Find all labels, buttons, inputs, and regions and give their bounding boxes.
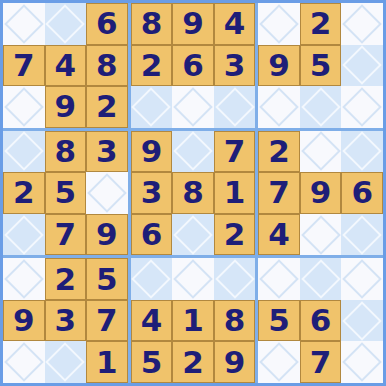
cell-r6c8[interactable]	[300, 214, 342, 256]
cell-r3c1[interactable]	[3, 86, 45, 128]
sudoku-box-3: 295	[258, 3, 383, 128]
diamond-icon	[342, 132, 382, 172]
cell-r6c9[interactable]	[341, 214, 383, 256]
cell-value: 6	[141, 219, 163, 250]
cell-r5c8: 9	[300, 172, 342, 214]
cell-value: 4	[224, 8, 246, 39]
cell-r1c1[interactable]	[3, 3, 45, 45]
cell-r9c9[interactable]	[341, 341, 383, 383]
cell-r5c6: 1	[214, 172, 256, 214]
cell-r7c7[interactable]	[258, 258, 300, 300]
diamond-icon	[342, 46, 382, 86]
cell-value: 3	[141, 177, 163, 208]
cell-r7c1[interactable]	[3, 258, 45, 300]
cell-value: 2	[268, 136, 290, 167]
diamond-icon	[342, 215, 382, 255]
cell-r2c8: 5	[300, 45, 342, 87]
diamond-icon	[46, 342, 86, 382]
cell-r7c4[interactable]	[131, 258, 173, 300]
cell-value: 6	[96, 8, 118, 39]
diamond-icon	[215, 87, 255, 127]
cell-r2c6: 3	[214, 45, 256, 87]
cell-r3c2: 9	[45, 86, 87, 128]
diamond-icon	[342, 301, 382, 341]
diamond-icon	[132, 87, 172, 127]
cell-value: 2	[141, 50, 163, 81]
cell-r1c7[interactable]	[258, 3, 300, 45]
cell-r1c5: 9	[172, 3, 214, 45]
cell-r4c4: 9	[131, 131, 173, 173]
cell-r6c1[interactable]	[3, 214, 45, 256]
cell-r1c2[interactable]	[45, 3, 87, 45]
cell-r8c4: 4	[131, 300, 173, 342]
cell-value: 7	[13, 50, 35, 81]
cell-r1c3: 6	[86, 3, 128, 45]
cell-value: 5	[268, 305, 290, 336]
diamond-icon	[215, 259, 255, 299]
cell-r4c2: 8	[45, 131, 87, 173]
cell-value: 7	[268, 177, 290, 208]
diamond-icon	[259, 4, 299, 44]
sudoku-box-5: 9738162	[131, 131, 256, 256]
cell-value: 4	[141, 305, 163, 336]
cell-value: 8	[182, 177, 204, 208]
cell-value: 1	[182, 305, 204, 336]
cell-value: 4	[268, 219, 290, 250]
cell-value: 6	[351, 177, 373, 208]
diamond-icon	[173, 132, 213, 172]
diamond-icon	[173, 215, 213, 255]
cell-r8c8: 6	[300, 300, 342, 342]
diamond-icon	[4, 87, 44, 127]
cell-r6c2: 7	[45, 214, 87, 256]
cell-value: 9	[224, 347, 246, 378]
cell-r9c5: 2	[172, 341, 214, 383]
cell-r4c9[interactable]	[341, 131, 383, 173]
cell-value: 9	[13, 305, 35, 336]
cell-value: 2	[55, 264, 77, 295]
cell-r5c7: 7	[258, 172, 300, 214]
cell-r7c2: 2	[45, 258, 87, 300]
cell-r3c9[interactable]	[341, 86, 383, 128]
cell-r6c7: 4	[258, 214, 300, 256]
cell-r3c3: 2	[86, 86, 128, 128]
cell-r4c5[interactable]	[172, 131, 214, 173]
cell-r3c6[interactable]	[214, 86, 256, 128]
cell-r5c2: 5	[45, 172, 87, 214]
cell-r1c8: 2	[300, 3, 342, 45]
diamond-icon	[342, 87, 382, 127]
diamond-icon	[4, 215, 44, 255]
cell-value: 5	[310, 50, 332, 81]
cell-value: 3	[96, 136, 118, 167]
sudoku-box-4: 832579	[3, 131, 128, 256]
cell-value: 2	[96, 91, 118, 122]
diamond-icon	[173, 259, 213, 299]
diamond-icon	[342, 259, 382, 299]
diamond-icon	[259, 342, 299, 382]
diamond-icon	[301, 259, 341, 299]
sudoku-box-6: 27964	[258, 131, 383, 256]
cell-r4c6: 7	[214, 131, 256, 173]
diamond-icon	[132, 259, 172, 299]
cell-r7c6[interactable]	[214, 258, 256, 300]
diamond-icon	[173, 87, 213, 127]
cell-r1c6: 4	[214, 3, 256, 45]
cell-r7c9[interactable]	[341, 258, 383, 300]
cell-r9c2[interactable]	[45, 341, 87, 383]
cell-value: 5	[96, 264, 118, 295]
cell-r7c8[interactable]	[300, 258, 342, 300]
cell-value: 6	[182, 50, 204, 81]
cell-value: 2	[224, 219, 246, 250]
sudoku-board: 6748928942632958325799738162279642593714…	[0, 0, 386, 386]
cell-r6c4: 6	[131, 214, 173, 256]
cell-r2c7: 9	[258, 45, 300, 87]
cell-r4c7: 2	[258, 131, 300, 173]
diamond-icon	[46, 4, 86, 44]
cell-r2c2: 4	[45, 45, 87, 87]
sudoku-box-7: 259371	[3, 258, 128, 383]
sudoku-box-1: 674892	[3, 3, 128, 128]
cell-r8c5: 1	[172, 300, 214, 342]
cell-value: 9	[310, 177, 332, 208]
cell-value: 1	[224, 177, 246, 208]
cell-r9c7[interactable]	[258, 341, 300, 383]
cell-r9c6: 9	[214, 341, 256, 383]
cell-r9c8: 7	[300, 341, 342, 383]
cell-r3c7[interactable]	[258, 86, 300, 128]
cell-value: 7	[224, 136, 246, 167]
cell-r7c5[interactable]	[172, 258, 214, 300]
cell-r5c4: 3	[131, 172, 173, 214]
cell-r2c5: 6	[172, 45, 214, 87]
cell-r4c8[interactable]	[300, 131, 342, 173]
diamond-icon	[301, 132, 341, 172]
cell-value: 9	[141, 136, 163, 167]
diamond-icon	[259, 87, 299, 127]
cell-r3c8[interactable]	[300, 86, 342, 128]
cell-value: 4	[55, 50, 77, 81]
cell-r3c4[interactable]	[131, 86, 173, 128]
cell-r2c9[interactable]	[341, 45, 383, 87]
cell-r6c6: 2	[214, 214, 256, 256]
cell-r5c5: 8	[172, 172, 214, 214]
cell-r1c9[interactable]	[341, 3, 383, 45]
cell-value: 2	[310, 8, 332, 39]
cell-value: 8	[55, 136, 77, 167]
sudoku-box-8: 418529	[131, 258, 256, 383]
cell-r1c4: 8	[131, 3, 173, 45]
diamond-icon	[301, 215, 341, 255]
cell-value: 6	[310, 305, 332, 336]
cell-r5c1: 2	[3, 172, 45, 214]
cell-r6c3: 9	[86, 214, 128, 256]
diamond-icon	[87, 173, 127, 213]
cell-r5c3[interactable]	[86, 172, 128, 214]
cell-value: 7	[55, 219, 77, 250]
cell-r6c5[interactable]	[172, 214, 214, 256]
cell-r9c3: 1	[86, 341, 128, 383]
cell-r7c3: 5	[86, 258, 128, 300]
cell-r8c9[interactable]	[341, 300, 383, 342]
cell-r9c1[interactable]	[3, 341, 45, 383]
cell-value: 8	[141, 8, 163, 39]
diamond-icon	[4, 342, 44, 382]
cell-value: 1	[96, 347, 118, 378]
diamond-icon	[4, 4, 44, 44]
cell-r4c1[interactable]	[3, 131, 45, 173]
cell-r9c4: 5	[131, 341, 173, 383]
cell-r8c7: 5	[258, 300, 300, 342]
cell-r8c2: 3	[45, 300, 87, 342]
cell-r8c3: 7	[86, 300, 128, 342]
cell-value: 5	[141, 347, 163, 378]
diamond-icon	[259, 259, 299, 299]
sudoku-box-9: 567	[258, 258, 383, 383]
cell-r8c1: 9	[3, 300, 45, 342]
diamond-icon	[342, 4, 382, 44]
cell-value: 9	[55, 91, 77, 122]
cell-r5c9: 6	[341, 172, 383, 214]
diamond-icon	[342, 342, 382, 382]
cell-r2c1: 7	[3, 45, 45, 87]
cell-value: 9	[268, 50, 290, 81]
cell-value: 9	[182, 8, 204, 39]
cell-value: 3	[55, 305, 77, 336]
sudoku-box-2: 894263	[131, 3, 256, 128]
cell-r3c5[interactable]	[172, 86, 214, 128]
diamond-icon	[301, 87, 341, 127]
cell-r2c3: 8	[86, 45, 128, 87]
diamond-icon	[4, 132, 44, 172]
cell-r8c6: 8	[214, 300, 256, 342]
cell-value: 9	[96, 219, 118, 250]
cell-value: 8	[96, 50, 118, 81]
cell-value: 5	[55, 177, 77, 208]
cell-value: 2	[13, 177, 35, 208]
cell-value: 2	[182, 347, 204, 378]
cell-value: 8	[224, 305, 246, 336]
cell-value: 7	[96, 305, 118, 336]
cell-value: 7	[310, 347, 332, 378]
diamond-icon	[4, 259, 44, 299]
cell-r4c3: 3	[86, 131, 128, 173]
cell-r2c4: 2	[131, 45, 173, 87]
cell-value: 3	[224, 50, 246, 81]
